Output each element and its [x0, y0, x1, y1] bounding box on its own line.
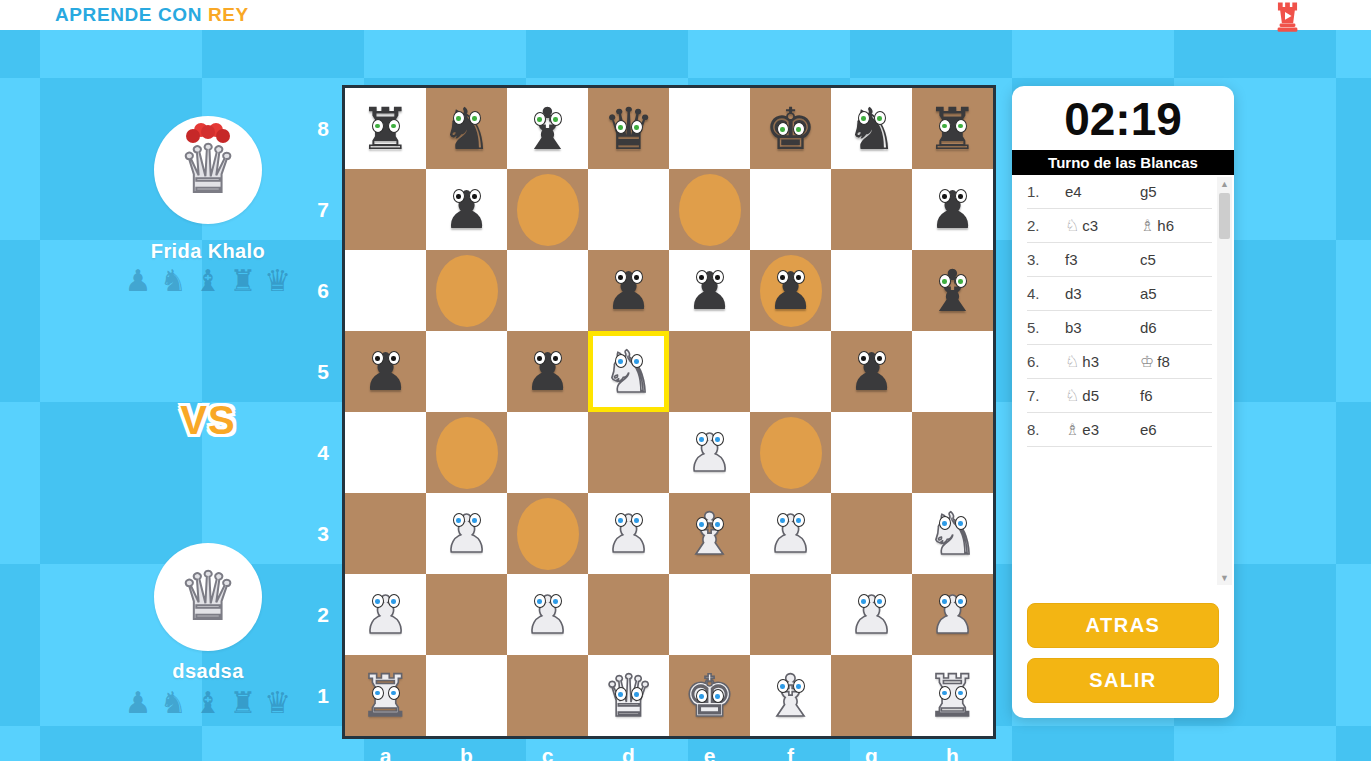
- piece-black-pawn: ♟: [750, 250, 831, 331]
- captured-piece-placeholder-icon: ♜: [229, 266, 256, 296]
- square-b5[interactable]: [426, 331, 507, 412]
- square-h6[interactable]: ♝: [912, 250, 993, 331]
- piece-eyes: [858, 111, 886, 125]
- piece-white-pawn: ♟: [831, 574, 912, 655]
- piece-white-pawn: ♟: [507, 574, 588, 655]
- square-h4[interactable]: [912, 412, 993, 493]
- app-header: APRENDE CONREY: [0, 0, 1371, 30]
- rank-labels: 87654321: [308, 88, 338, 736]
- piece-eyes: [615, 120, 643, 134]
- piece-black-knight: ♞: [426, 88, 507, 169]
- white-move: ♘d5: [1065, 386, 1140, 405]
- file-label-a: a: [345, 744, 426, 761]
- rank-label-4: 4: [308, 412, 338, 493]
- logo-text-accent: REY: [208, 4, 249, 25]
- square-f7[interactable]: [750, 169, 831, 250]
- scroll-up-icon[interactable]: ▲: [1217, 177, 1232, 191]
- rank-label-7: 7: [308, 169, 338, 250]
- square-f4[interactable]: [750, 412, 831, 493]
- bottom-player-name: dsadsa: [88, 660, 328, 683]
- piece-eyes: [615, 513, 643, 527]
- white-move: ♘h3: [1065, 352, 1140, 371]
- queen-avatar-icon: ♛: [178, 137, 237, 203]
- move-row-4: 4.d3a5: [1027, 277, 1212, 311]
- piece-eyes: [939, 189, 967, 203]
- queen-avatar-icon: ♛: [178, 564, 237, 630]
- square-a3[interactable]: [345, 493, 426, 574]
- white-move: f3: [1065, 251, 1140, 268]
- move-row-1: 1.e4g5: [1027, 175, 1212, 209]
- piece-black-bishop: ♝: [912, 250, 993, 331]
- piece-eyes: [939, 686, 967, 700]
- move-hint: [679, 174, 741, 246]
- move-hint: [436, 255, 498, 327]
- captured-piece-placeholder-icon: ♞: [160, 266, 187, 296]
- avatar-top-player: ♛: [154, 116, 262, 224]
- piece-eyes: [453, 111, 481, 125]
- piece-eyes: [534, 112, 562, 126]
- square-b4[interactable]: [426, 412, 507, 493]
- square-h2[interactable]: ♟: [912, 574, 993, 655]
- white-move: e4: [1065, 183, 1140, 200]
- piece-eyes: [615, 354, 643, 368]
- white-move: d3: [1065, 285, 1140, 302]
- logo-text-primary: APRENDE CON: [55, 4, 202, 25]
- figurine-icon: ♘: [1065, 386, 1079, 405]
- square-g4[interactable]: [831, 412, 912, 493]
- square-g1[interactable]: [831, 655, 912, 736]
- piece-white-knight: ♞: [912, 493, 993, 574]
- game-side-panel: 02:19 Turno de las Blancas 1.e4g52.♘c3♗h…: [1012, 86, 1234, 718]
- square-g5[interactable]: ♟: [831, 331, 912, 412]
- move-number: 7.: [1027, 387, 1065, 404]
- piece-eyes: [777, 122, 805, 136]
- move-number: 3.: [1027, 251, 1065, 268]
- file-label-e: e: [669, 744, 750, 761]
- square-d1[interactable]: ♛: [588, 655, 669, 736]
- square-a7[interactable]: [345, 169, 426, 250]
- piece-black-pawn: ♟: [345, 331, 426, 412]
- move-row-2: 2.♘c3♗h6: [1027, 209, 1212, 243]
- piece-eyes: [939, 594, 967, 608]
- piece-white-bishop: ♝: [669, 493, 750, 574]
- square-b8[interactable]: ♞: [426, 88, 507, 169]
- move-list: 1.e4g52.♘c3♗h63.f3c54.d3a55.b3d66.♘h3♔f8…: [1012, 175, 1234, 587]
- square-c7[interactable]: [507, 169, 588, 250]
- turn-indicator: Turno de las Blancas: [1012, 150, 1234, 175]
- square-f8[interactable]: ♚: [750, 88, 831, 169]
- piece-eyes: [615, 270, 643, 284]
- piece-eyes: [777, 270, 805, 284]
- file-labels: abcdefgh: [345, 744, 993, 761]
- black-move: ♔f8: [1140, 352, 1212, 371]
- move-row-5: 5.b3d6: [1027, 311, 1212, 345]
- rank-label-6: 6: [308, 250, 338, 331]
- captured-piece-placeholder-icon: ♜: [229, 688, 256, 718]
- rank-label-5: 5: [308, 331, 338, 412]
- square-d8[interactable]: ♛: [588, 88, 669, 169]
- square-b3[interactable]: ♟: [426, 493, 507, 574]
- scrollbar-thumb[interactable]: [1219, 193, 1230, 239]
- move-number: 1.: [1027, 183, 1065, 200]
- square-a4[interactable]: [345, 412, 426, 493]
- piece-eyes: [696, 689, 724, 703]
- piece-eyes: [453, 513, 481, 527]
- game-timer: 02:19: [1012, 92, 1234, 146]
- file-label-h: h: [912, 744, 993, 761]
- square-c6[interactable]: [507, 250, 588, 331]
- square-f5[interactable]: [750, 331, 831, 412]
- square-c8[interactable]: ♝: [507, 88, 588, 169]
- move-row-8: 8.♗e3e6: [1027, 413, 1212, 447]
- square-h5[interactable]: [912, 331, 993, 412]
- file-label-c: c: [507, 744, 588, 761]
- piece-eyes: [939, 119, 967, 133]
- piece-white-pawn: ♟: [750, 493, 831, 574]
- piece-eyes: [453, 189, 481, 203]
- move-row-7: 7.♘d5f6: [1027, 379, 1212, 413]
- rank-label-8: 8: [308, 88, 338, 169]
- rank-label-3: 3: [308, 493, 338, 574]
- piece-eyes: [372, 594, 400, 608]
- piece-eyes: [534, 594, 562, 608]
- square-e4[interactable]: ♟: [669, 412, 750, 493]
- piece-black-pawn: ♟: [912, 169, 993, 250]
- vs-label: VS: [88, 398, 328, 443]
- app-logo: APRENDE CONREY: [55, 4, 249, 26]
- piece-black-pawn: ♟: [588, 250, 669, 331]
- piece-black-knight: ♞: [831, 88, 912, 169]
- move-number: 6.: [1027, 353, 1065, 370]
- piece-black-bishop: ♝: [507, 88, 588, 169]
- square-f3[interactable]: ♟: [750, 493, 831, 574]
- file-label-b: b: [426, 744, 507, 761]
- black-move: d6: [1140, 319, 1212, 336]
- square-e5[interactable]: [669, 331, 750, 412]
- move-hint: [436, 417, 498, 489]
- piece-eyes: [777, 679, 805, 693]
- square-b1[interactable]: [426, 655, 507, 736]
- white-move: ♗e3: [1065, 420, 1140, 439]
- captured-piece-placeholder-icon: ♞: [160, 688, 187, 718]
- figurine-icon: ♘: [1065, 216, 1079, 235]
- square-c2[interactable]: ♟: [507, 574, 588, 655]
- piece-white-knight: ♞: [588, 331, 669, 412]
- square-c3[interactable]: [507, 493, 588, 574]
- move-hint: [760, 417, 822, 489]
- piece-white-pawn: ♟: [426, 493, 507, 574]
- square-h1[interactable]: ♜: [912, 655, 993, 736]
- piece-eyes: [372, 686, 400, 700]
- black-move: ♗h6: [1140, 216, 1212, 235]
- bottom-captured-tray: ♟♞♝♜♛: [88, 688, 328, 718]
- piece-eyes: [939, 516, 967, 530]
- captured-piece-placeholder-icon: ♛: [264, 688, 291, 718]
- square-e6[interactable]: ♟: [669, 250, 750, 331]
- square-g3[interactable]: [831, 493, 912, 574]
- square-d7[interactable]: [588, 169, 669, 250]
- square-b6[interactable]: [426, 250, 507, 331]
- square-a5[interactable]: ♟: [345, 331, 426, 412]
- piece-eyes: [372, 351, 400, 365]
- figurine-icon: ♔: [1140, 352, 1154, 371]
- piece-eyes: [858, 594, 886, 608]
- game-page: { "app": {"logo_primary": "APRENDE CON",…: [0, 0, 1371, 761]
- piece-black-pawn: ♟: [426, 169, 507, 250]
- piece-eyes: [858, 351, 886, 365]
- rank-label-1: 1: [308, 655, 338, 736]
- move-row-6: 6.♘h3♔f8: [1027, 345, 1212, 379]
- captured-piece-placeholder-icon: ♛: [264, 266, 291, 296]
- square-f2[interactable]: [750, 574, 831, 655]
- square-h8[interactable]: ♜: [912, 88, 993, 169]
- square-d6[interactable]: ♟: [588, 250, 669, 331]
- square-d2[interactable]: [588, 574, 669, 655]
- back-button[interactable]: ATRAS: [1027, 603, 1219, 648]
- white-move: ♘c3: [1065, 216, 1140, 235]
- rank-label-2: 2: [308, 574, 338, 655]
- piece-white-pawn: ♟: [588, 493, 669, 574]
- black-move: a5: [1140, 285, 1212, 302]
- figurine-icon: ♗: [1140, 216, 1154, 235]
- square-f6[interactable]: ♟: [750, 250, 831, 331]
- black-move: f6: [1140, 387, 1212, 404]
- move-number: 5.: [1027, 319, 1065, 336]
- piece-white-pawn: ♟: [345, 574, 426, 655]
- piece-eyes: [696, 517, 724, 531]
- square-a6[interactable]: [345, 250, 426, 331]
- move-number: 4.: [1027, 285, 1065, 302]
- piece-eyes: [696, 270, 724, 284]
- square-c4[interactable]: [507, 412, 588, 493]
- file-label-g: g: [831, 744, 912, 761]
- square-e8[interactable]: [669, 88, 750, 169]
- square-c1[interactable]: [507, 655, 588, 736]
- square-e7[interactable]: [669, 169, 750, 250]
- move-number: 2.: [1027, 217, 1065, 234]
- square-d3[interactable]: ♟: [588, 493, 669, 574]
- piece-eyes: [615, 687, 643, 701]
- figurine-icon: ♗: [1065, 420, 1079, 439]
- captured-piece-placeholder-icon: ♝: [195, 688, 222, 718]
- square-b7[interactable]: ♟: [426, 169, 507, 250]
- black-move: c5: [1140, 251, 1212, 268]
- square-e1[interactable]: ♚: [669, 655, 750, 736]
- square-h7[interactable]: ♟: [912, 169, 993, 250]
- chess-board[interactable]: ♜♞♝♛♚♞♜♟♟♟♟♟♝♟♟♞♟♟♟♟♝♟♞♟♟♟♟♜♛♚♝♜: [342, 85, 996, 739]
- black-move: g5: [1140, 183, 1212, 200]
- square-a1[interactable]: ♜: [345, 655, 426, 736]
- move-row-3: 3.f3c5: [1027, 243, 1212, 277]
- captured-piece-placeholder-icon: ♟: [125, 688, 152, 718]
- square-d5[interactable]: ♞: [588, 331, 669, 412]
- exit-button[interactable]: SALIR: [1027, 658, 1219, 703]
- piece-eyes: [777, 513, 805, 527]
- move-hint: [517, 498, 579, 570]
- captured-piece-placeholder-icon: ♝: [195, 266, 222, 296]
- top-captured-tray: ♟♞♝♜♛: [88, 266, 328, 296]
- white-move: b3: [1065, 319, 1140, 336]
- square-d4[interactable]: [588, 412, 669, 493]
- piece-eyes: [372, 119, 400, 133]
- square-a2[interactable]: ♟: [345, 574, 426, 655]
- piece-eyes: [696, 432, 724, 446]
- piece-black-pawn: ♟: [507, 331, 588, 412]
- piece-white-pawn: ♟: [912, 574, 993, 655]
- piece-white-bishop: ♝: [750, 655, 831, 736]
- scroll-down-icon[interactable]: ▼: [1217, 571, 1232, 585]
- square-a8[interactable]: ♜: [345, 88, 426, 169]
- piece-eyes: [534, 351, 562, 365]
- square-h3[interactable]: ♞: [912, 493, 993, 574]
- move-number: 8.: [1027, 421, 1065, 438]
- square-g2[interactable]: ♟: [831, 574, 912, 655]
- square-e2[interactable]: [669, 574, 750, 655]
- square-c5[interactable]: ♟: [507, 331, 588, 412]
- black-move: e6: [1140, 421, 1212, 438]
- piece-white-pawn: ♟: [669, 412, 750, 493]
- avatar-bottom-player: ♛: [154, 543, 262, 651]
- square-e3[interactable]: ♝: [669, 493, 750, 574]
- figurine-icon: ♘: [1065, 352, 1079, 371]
- move-list-scrollbar[interactable]: ▲ ▼: [1217, 177, 1232, 585]
- captured-piece-placeholder-icon: ♟: [125, 266, 152, 296]
- flower-crown-icon: [201, 125, 215, 139]
- piece-black-pawn: ♟: [669, 250, 750, 331]
- square-f1[interactable]: ♝: [750, 655, 831, 736]
- file-label-d: d: [588, 744, 669, 761]
- square-b2[interactable]: [426, 574, 507, 655]
- piece-black-pawn: ♟: [831, 331, 912, 412]
- square-g6[interactable]: [831, 250, 912, 331]
- square-g8[interactable]: ♞: [831, 88, 912, 169]
- move-hint: [517, 174, 579, 246]
- piece-eyes: [939, 274, 967, 288]
- top-player-name: Frida Khalo: [88, 240, 328, 263]
- rook-play-icon[interactable]: [1274, 1, 1301, 33]
- square-g7[interactable]: [831, 169, 912, 250]
- file-label-f: f: [750, 744, 831, 761]
